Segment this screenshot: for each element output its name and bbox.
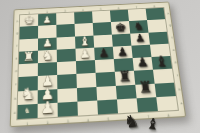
- board-logo-knight-emblem: ♞: [24, 107, 31, 115]
- square-h8[interactable]: [146, 8, 165, 20]
- square-g1[interactable]: [19, 26, 38, 39]
- black-rook-b7[interactable]: ♜: [132, 80, 159, 97]
- coord-rank-2-bottom: 2: [40, 120, 56, 125]
- coord-file-h-right: h: [166, 11, 170, 15]
- coord-file-a-right: a: [179, 100, 184, 104]
- coord-rank-5-bottom: 5: [100, 116, 116, 121]
- square-b5[interactable]: [96, 85, 117, 100]
- coord-rank-4-bottom: 4: [80, 117, 96, 122]
- coord-file-b-right: b: [177, 86, 182, 90]
- white-knight-e2[interactable]: ♞: [35, 49, 60, 63]
- coord-rank-4-top: 4: [76, 7, 90, 11]
- coord-file-f-right: f: [170, 35, 174, 39]
- coord-file-e-right: e: [172, 47, 176, 51]
- black-pawn-f7[interactable]: ♟: [127, 33, 152, 45]
- coord-rank-5-top: 5: [94, 6, 108, 10]
- white-pawn-a2[interactable]: ♟: [34, 99, 61, 117]
- coord-file-d-left: d: [14, 69, 18, 73]
- square-h4[interactable]: [74, 12, 93, 25]
- coord-file-c-left: c: [13, 82, 17, 86]
- black-bishop-d8[interactable]: ♝: [148, 54, 175, 70]
- coord-rank-7-top: 7: [129, 5, 143, 9]
- coord-rank-6-top: 6: [112, 6, 126, 10]
- board-border: ♞♚♟♟♝♜♞♟♟♞♟♟♚♞♟♟♟♟♝♜♜ 1122334455667788hh…: [10, 2, 187, 128]
- coord-file-c-right: c: [175, 73, 179, 77]
- white-pawn-h2[interactable]: ♟: [35, 15, 59, 25]
- black-pawn-e6[interactable]: ♟: [110, 46, 136, 59]
- white-bishop-f4[interactable]: ♝: [72, 34, 97, 47]
- square-b4[interactable]: [77, 86, 97, 101]
- coord-rank-8-bottom: 8: [160, 113, 176, 118]
- square-a8[interactable]: [156, 96, 178, 111]
- coord-file-f-left: f: [14, 43, 18, 47]
- coord-rank-3-bottom: 3: [60, 119, 76, 124]
- coord-file-g-right: g: [168, 23, 172, 27]
- coord-rank-8-top: 8: [147, 4, 161, 8]
- chess-board: ♞♚♟♟♝♜♞♟♟♞♟♟♚♞♟♟♟♟♝♜♜ 1122334455667788hh…: [10, 2, 187, 128]
- captured-black-knight[interactable]: ♞: [123, 112, 140, 131]
- square-c4[interactable]: [76, 73, 96, 87]
- coord-file-g-left: g: [15, 31, 19, 35]
- black-knight-g7[interactable]: ♞: [126, 21, 151, 33]
- square-g2[interactable]: [38, 25, 57, 38]
- square-a4[interactable]: [77, 100, 98, 115]
- chessboard-photo-scene: ♞♚♟♟♝♜♞♟♟♞♟♟♚♞♟♟♟♟♝♜♜ 1122334455667788hh…: [0, 0, 200, 133]
- coord-rank-1-bottom: 1: [19, 121, 35, 126]
- coord-rank-3-top: 3: [58, 8, 72, 12]
- captured-black-bishop[interactable]: ♝: [145, 116, 160, 132]
- coord-file-a-left: a: [12, 110, 16, 114]
- board-grid: ♞♚♟♟♝♜♞♟♟♞♟♟♚♞♟♟♟♟♝♜♜: [17, 8, 177, 119]
- square-d4[interactable]: [76, 60, 96, 74]
- square-a7[interactable]: [137, 97, 158, 112]
- coord-rank-2-top: 2: [40, 9, 54, 13]
- square-a5[interactable]: [97, 99, 118, 114]
